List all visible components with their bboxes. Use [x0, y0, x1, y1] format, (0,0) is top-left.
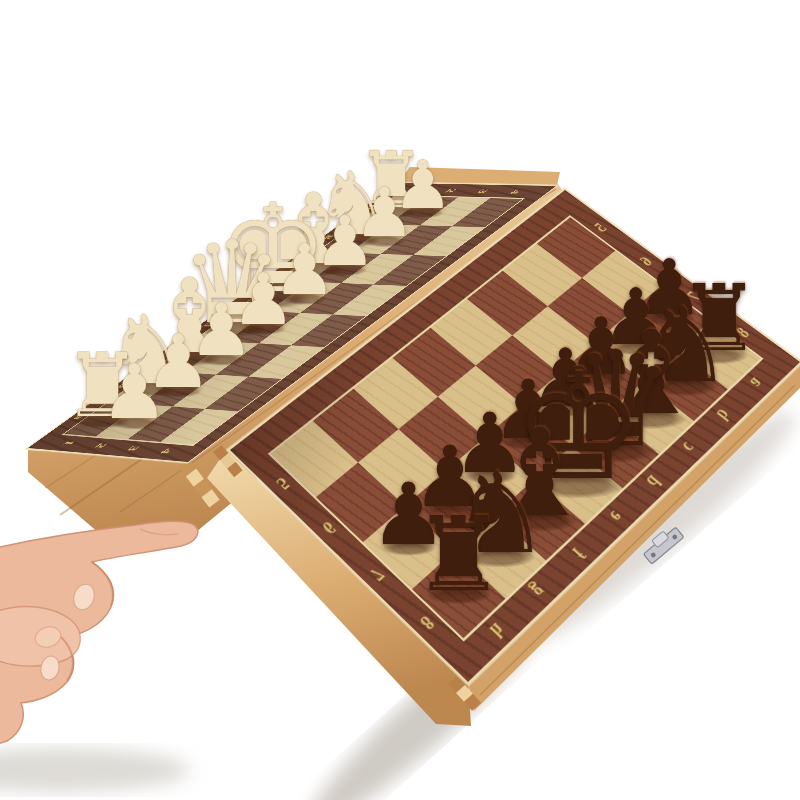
hand [0, 0, 800, 800]
chess-set-photo: 11223344abcdefgh 55667788abcdefgh ♜♞♝♛♚♝… [0, 0, 800, 800]
